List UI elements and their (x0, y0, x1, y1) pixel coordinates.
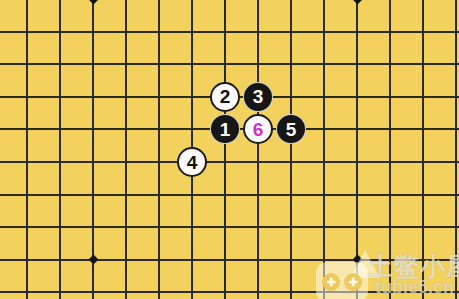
black-stone-move-1: 1 (210, 114, 240, 144)
grid-vertical-line (323, 0, 325, 299)
grid-vertical-line (26, 0, 28, 299)
star-point (88, 255, 98, 265)
grid-horizontal-line (0, 31, 459, 33)
watermark-button-icon: ✚ (322, 273, 340, 291)
grid-horizontal-line (0, 194, 459, 196)
grid-vertical-line (125, 0, 127, 299)
grid-horizontal-line (0, 63, 459, 65)
star-point (88, 0, 98, 4)
grid-vertical-line (59, 0, 61, 299)
grid-vertical-line (224, 0, 226, 299)
watermark-controller-icon: ✚ ✚ (316, 262, 368, 299)
grid-vertical-line (290, 0, 292, 299)
white-stone-move-6: 6 (243, 114, 273, 144)
white-stone-move-4: 4 (177, 147, 207, 177)
star-point (352, 0, 362, 4)
go-board-diagram: 123456 ✚ ✚ 土鳖小屋 tubie5.cn (0, 0, 459, 299)
black-stone-move-3: 3 (243, 82, 273, 112)
grid-vertical-line (158, 0, 160, 299)
black-stone-move-5: 5 (276, 114, 306, 144)
grid-horizontal-line (0, 226, 459, 228)
watermark-site-url: tubie5.cn (375, 277, 454, 298)
white-stone-move-2: 2 (210, 82, 240, 112)
watermark-button-icon: ✚ (344, 273, 362, 291)
grid-vertical-line (257, 0, 259, 299)
grid-horizontal-line (0, 161, 459, 163)
